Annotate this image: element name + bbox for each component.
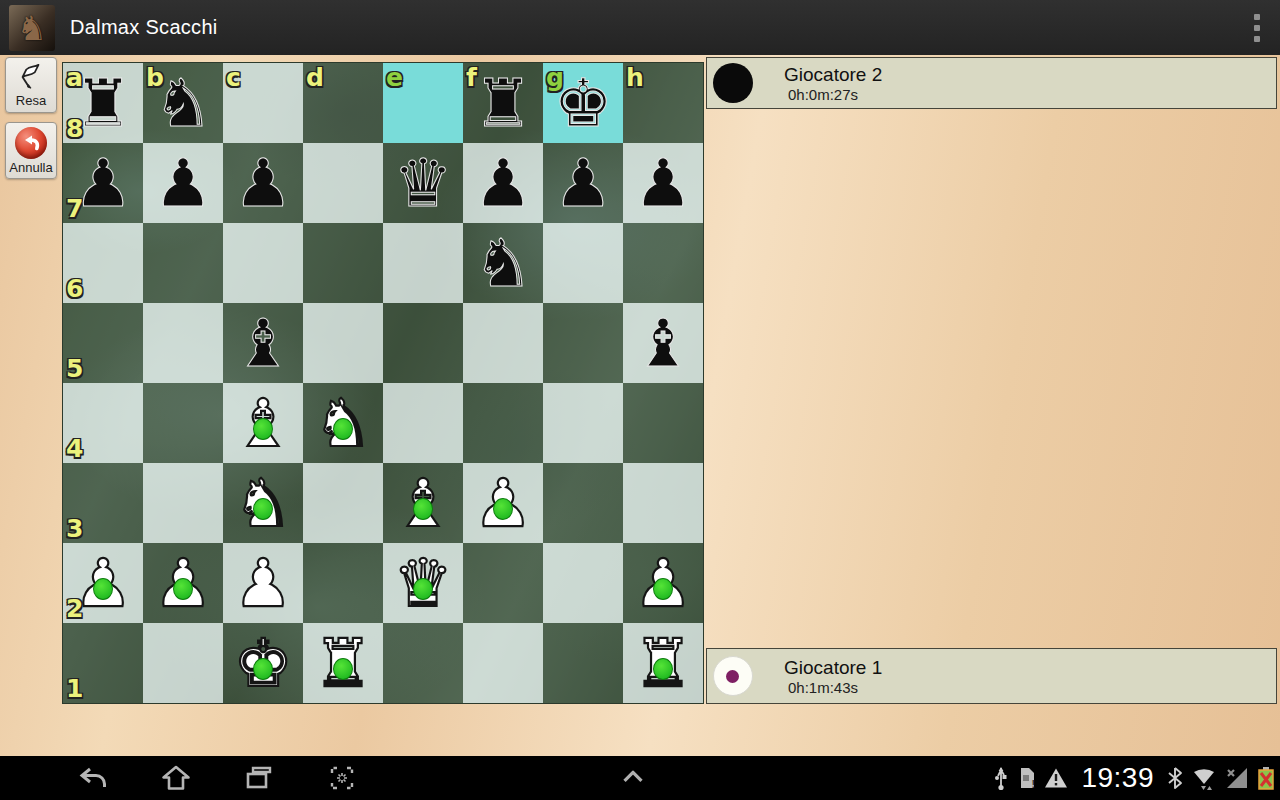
square-d3[interactable] <box>303 463 383 543</box>
status-icons: ! 19:39 <box>992 756 1276 800</box>
square-b7[interactable]: ♟ <box>143 143 223 223</box>
square-f1[interactable] <box>463 623 543 703</box>
piece-black-p-a7[interactable]: ♟ <box>63 143 143 223</box>
square-a3[interactable]: 3 <box>63 463 143 543</box>
square-h8[interactable]: h <box>623 63 703 143</box>
bluetooth-icon <box>1167 765 1183 791</box>
piece-black-p-h7[interactable]: ♟ <box>623 143 703 223</box>
battery-alert-icon <box>1256 765 1276 791</box>
piece-black-p-g7[interactable]: ♟ <box>543 143 623 223</box>
movable-dot <box>413 498 433 520</box>
square-c6[interactable] <box>223 223 303 303</box>
square-h1[interactable]: ♜ <box>623 623 703 703</box>
square-f8[interactable]: f♜ <box>463 63 543 143</box>
square-f5[interactable] <box>463 303 543 383</box>
sim-alert-icon: ! <box>1017 765 1037 791</box>
file-label-d: d <box>306 65 324 90</box>
movable-dot <box>333 658 353 680</box>
square-a2[interactable]: 2♟ <box>63 543 143 623</box>
resign-button[interactable]: Resa <box>5 57 57 113</box>
movable-dot <box>493 498 513 520</box>
piece-black-n-b8[interactable]: ♞ <box>143 63 223 143</box>
player-card-black: Giocatore 2 0h:0m:27s <box>706 57 1277 109</box>
knight-icon: ♞ <box>17 5 47 51</box>
square-c5[interactable]: ♝ <box>223 303 303 383</box>
square-g8[interactable]: g♚ <box>543 63 623 143</box>
piece-black-r-a8[interactable]: ♜ <box>63 63 143 143</box>
square-a8[interactable]: a8♜ <box>63 63 143 143</box>
square-b5[interactable] <box>143 303 223 383</box>
undo-label: Annulla <box>9 160 52 175</box>
piece-black-p-f7[interactable]: ♟ <box>463 143 543 223</box>
black-player-time: 0h:0m:27s <box>788 86 882 103</box>
square-d8[interactable]: d <box>303 63 383 143</box>
piece-black-q-e7[interactable]: ♛ <box>383 143 463 223</box>
movable-dot <box>253 658 273 680</box>
square-b6[interactable] <box>143 223 223 303</box>
screenshot-button[interactable] <box>325 761 359 795</box>
black-player-name: Giocatore 2 <box>784 64 882 86</box>
rank-label-4: 4 <box>66 436 83 461</box>
movable-dot <box>173 578 193 600</box>
action-bar: ♞ Dalmax Scacchi <box>0 0 1280 55</box>
square-c7[interactable]: ♟ <box>223 143 303 223</box>
android-nav-bar: ! 19:39 <box>0 756 1280 800</box>
square-f3[interactable]: ♟ <box>463 463 543 543</box>
square-a6[interactable]: 6 <box>63 223 143 303</box>
square-g3[interactable] <box>543 463 623 543</box>
movable-dot <box>253 498 273 520</box>
chevron-up-button[interactable] <box>616 760 650 794</box>
square-e3[interactable]: ♝ <box>383 463 463 543</box>
square-g4[interactable] <box>543 383 623 463</box>
square-c3[interactable]: ♞ <box>223 463 303 543</box>
piece-black-r-f8[interactable]: ♜ <box>463 63 543 143</box>
usb-icon <box>992 765 1010 791</box>
file-label-h: h <box>626 65 644 90</box>
file-label-e: e <box>386 65 403 90</box>
square-g5[interactable] <box>543 303 623 383</box>
square-d2[interactable] <box>303 543 383 623</box>
square-g6[interactable] <box>543 223 623 303</box>
square-d4[interactable]: ♞ <box>303 383 383 463</box>
recents-icon <box>243 762 275 794</box>
square-h6[interactable] <box>623 223 703 303</box>
square-b4[interactable] <box>143 383 223 463</box>
movable-dot <box>253 418 273 440</box>
square-a7[interactable]: 7♟ <box>63 143 143 223</box>
wifi-icon <box>1190 765 1218 791</box>
square-g7[interactable]: ♟ <box>543 143 623 223</box>
undo-button[interactable]: Annulla <box>5 122 57 179</box>
square-d5[interactable] <box>303 303 383 383</box>
square-h2[interactable]: ♟ <box>623 543 703 623</box>
signal-icon <box>1225 766 1249 790</box>
rank-label-5: 5 <box>66 356 83 381</box>
square-e1[interactable] <box>383 623 463 703</box>
chevron-up-icon <box>616 759 650 795</box>
white-player-time: 0h:1m:43s <box>788 679 882 696</box>
movable-dot <box>333 418 353 440</box>
square-h5[interactable]: ♝ <box>623 303 703 383</box>
overflow-menu-icon[interactable] <box>1254 0 1260 55</box>
square-d6[interactable] <box>303 223 383 303</box>
movable-dot <box>93 578 113 600</box>
piece-black-k-g8[interactable]: ♚ <box>543 63 623 143</box>
app-screen: ♞ Dalmax Scacchi Resa Annulla a8♜b♞cdef♜… <box>0 0 1280 800</box>
square-e8[interactable]: e <box>383 63 463 143</box>
back-icon <box>77 762 109 794</box>
app-title: Dalmax Scacchi <box>70 16 218 39</box>
undo-icon <box>15 127 47 159</box>
square-b3[interactable] <box>143 463 223 543</box>
turn-indicator-dot <box>726 670 739 683</box>
warning-icon <box>1044 766 1068 790</box>
square-e2[interactable]: ♛ <box>383 543 463 623</box>
white-player-name: Giocatore 1 <box>784 657 882 679</box>
player-card-white: Giocatore 1 0h:1m:43s <box>706 648 1277 704</box>
svg-text:!: ! <box>1032 778 1036 790</box>
white-player-avatar <box>713 656 753 696</box>
square-h4[interactable] <box>623 383 703 463</box>
square-f4[interactable] <box>463 383 543 463</box>
clock: 19:39 <box>1081 762 1154 794</box>
square-e4[interactable] <box>383 383 463 463</box>
square-h3[interactable] <box>623 463 703 543</box>
square-e6[interactable] <box>383 223 463 303</box>
square-c2[interactable]: ♟ <box>223 543 303 623</box>
piece-black-b-h5[interactable]: ♝ <box>623 303 703 383</box>
black-player-avatar <box>713 63 753 103</box>
piece-black-p-b7[interactable]: ♟ <box>143 143 223 223</box>
square-d1[interactable]: ♜ <box>303 623 383 703</box>
rank-label-3: 3 <box>66 516 83 541</box>
piece-black-n-f6[interactable]: ♞ <box>463 223 543 303</box>
piece-black-b-c5[interactable]: ♝ <box>223 303 303 383</box>
square-c8[interactable]: c <box>223 63 303 143</box>
content-area: Resa Annulla a8♜b♞cdef♜g♚h7♟♟♟♛♟♟♟6♞5♝♝4… <box>0 55 1280 756</box>
resign-label: Resa <box>16 93 46 108</box>
square-h7[interactable]: ♟ <box>623 143 703 223</box>
screenshot-icon <box>326 762 358 794</box>
square-f7[interactable]: ♟ <box>463 143 543 223</box>
home-button[interactable] <box>159 761 193 795</box>
app-icon: ♞ <box>9 5 55 51</box>
square-d7[interactable] <box>303 143 383 223</box>
square-c4[interactable]: ♝ <box>223 383 303 463</box>
square-e5[interactable] <box>383 303 463 383</box>
piece-black-p-c7[interactable]: ♟ <box>223 143 303 223</box>
square-e7[interactable]: ♛ <box>383 143 463 223</box>
square-a1[interactable]: 1 <box>63 623 143 703</box>
square-f2[interactable] <box>463 543 543 623</box>
square-g2[interactable] <box>543 543 623 623</box>
recents-button[interactable] <box>242 761 276 795</box>
square-a4[interactable]: 4 <box>63 383 143 463</box>
movable-dot <box>653 578 673 600</box>
square-b2[interactable]: ♟ <box>143 543 223 623</box>
movable-dot <box>653 658 673 680</box>
rank-label-1: 1 <box>66 676 83 701</box>
file-label-c: c <box>226 65 241 90</box>
square-g1[interactable] <box>543 623 623 703</box>
square-c1[interactable]: ♚ <box>223 623 303 703</box>
square-a5[interactable]: 5 <box>63 303 143 383</box>
square-b8[interactable]: b♞ <box>143 63 223 143</box>
square-b1[interactable] <box>143 623 223 703</box>
rank-label-6: 6 <box>66 276 83 301</box>
back-button[interactable] <box>76 761 110 795</box>
white-flag-icon <box>16 62 46 92</box>
movable-dot <box>413 578 433 600</box>
piece-white-p-c2[interactable]: ♟ <box>223 543 303 623</box>
home-icon <box>160 762 192 794</box>
square-f6[interactable]: ♞ <box>463 223 543 303</box>
chess-board[interactable]: a8♜b♞cdef♜g♚h7♟♟♟♛♟♟♟6♞5♝♝4♝♞3♞♝♟2♟♟♟♛♟1… <box>62 62 704 704</box>
